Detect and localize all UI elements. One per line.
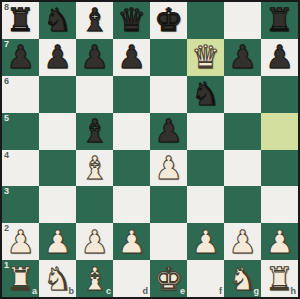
square-c4[interactable]: ♝ xyxy=(76,150,113,187)
square-c2[interactable]: ♟ xyxy=(76,223,113,260)
white-pawn-icon[interactable]: ♟ xyxy=(191,224,220,260)
square-e7[interactable] xyxy=(150,39,187,76)
black-queen-icon[interactable]: ♛ xyxy=(117,2,146,38)
white-bishop-icon[interactable]: ♝ xyxy=(80,261,109,297)
square-f8[interactable] xyxy=(187,2,224,39)
white-pawn-icon[interactable]: ♟ xyxy=(265,224,294,260)
square-c5[interactable]: ♝ xyxy=(76,113,113,150)
square-e3[interactable] xyxy=(150,186,187,223)
square-a7[interactable]: 7♟ xyxy=(2,39,39,76)
black-pawn-icon[interactable]: ♟ xyxy=(43,39,72,75)
chess-board: 8♜♞♝♛♚♜7♟♟♟♟♛♟♟6♞5♝♟4♝♟32♟♟♟♟♟♟♟1a♜b♞c♝d… xyxy=(2,2,298,297)
square-a1[interactable]: 1a♜ xyxy=(2,260,39,297)
square-g2[interactable]: ♟ xyxy=(224,223,261,260)
rank-label-4: 4 xyxy=(4,151,9,160)
square-g1[interactable]: g♞ xyxy=(224,260,261,297)
white-pawn-icon[interactable]: ♟ xyxy=(228,224,257,260)
white-pawn-icon[interactable]: ♟ xyxy=(117,224,146,260)
black-pawn-icon[interactable]: ♟ xyxy=(154,113,183,149)
square-f1[interactable]: f xyxy=(187,260,224,297)
square-b7[interactable]: ♟ xyxy=(39,39,76,76)
square-c6[interactable] xyxy=(76,76,113,113)
rank-label-5: 5 xyxy=(4,114,9,123)
square-c8[interactable]: ♝ xyxy=(76,2,113,39)
black-pawn-icon[interactable]: ♟ xyxy=(6,39,35,75)
square-b3[interactable] xyxy=(39,186,76,223)
white-queen-icon[interactable]: ♛ xyxy=(191,39,220,75)
rank-label-3: 3 xyxy=(4,187,9,196)
square-d8[interactable]: ♛ xyxy=(113,2,150,39)
square-g5[interactable] xyxy=(224,113,261,150)
square-h2[interactable]: ♟ xyxy=(261,223,298,260)
square-e1[interactable]: e♚ xyxy=(150,260,187,297)
square-f6[interactable]: ♞ xyxy=(187,76,224,113)
black-bishop-icon[interactable]: ♝ xyxy=(80,113,109,149)
square-e8[interactable]: ♚ xyxy=(150,2,187,39)
square-e2[interactable] xyxy=(150,223,187,260)
black-rook-icon[interactable]: ♜ xyxy=(6,2,35,38)
square-b4[interactable] xyxy=(39,150,76,187)
square-d1[interactable]: d xyxy=(113,260,150,297)
white-pawn-icon[interactable]: ♟ xyxy=(154,150,183,186)
black-pawn-icon[interactable]: ♟ xyxy=(228,39,257,75)
white-pawn-icon[interactable]: ♟ xyxy=(43,224,72,260)
rank-label-6: 6 xyxy=(4,77,9,86)
square-b8[interactable]: ♞ xyxy=(39,2,76,39)
white-bishop-icon[interactable]: ♝ xyxy=(80,150,109,186)
white-rook-icon[interactable]: ♜ xyxy=(265,261,294,297)
square-g3[interactable] xyxy=(224,186,261,223)
square-h4[interactable] xyxy=(261,150,298,187)
black-pawn-icon[interactable]: ♟ xyxy=(265,39,294,75)
square-h1[interactable]: h♜ xyxy=(261,260,298,297)
square-e4[interactable]: ♟ xyxy=(150,150,187,187)
black-rook-icon[interactable]: ♜ xyxy=(265,2,294,38)
square-g8[interactable] xyxy=(224,2,261,39)
square-h3[interactable] xyxy=(261,186,298,223)
file-label-d: d xyxy=(143,287,149,296)
black-knight-icon[interactable]: ♞ xyxy=(43,2,72,38)
square-b2[interactable]: ♟ xyxy=(39,223,76,260)
black-bishop-icon[interactable]: ♝ xyxy=(80,2,109,38)
white-pawn-icon[interactable]: ♟ xyxy=(80,224,109,260)
square-h5[interactable] xyxy=(261,113,298,150)
square-g7[interactable]: ♟ xyxy=(224,39,261,76)
white-knight-icon[interactable]: ♞ xyxy=(228,261,257,297)
square-h7[interactable]: ♟ xyxy=(261,39,298,76)
square-c7[interactable]: ♟ xyxy=(76,39,113,76)
white-pawn-icon[interactable]: ♟ xyxy=(6,224,35,260)
square-d7[interactable]: ♟ xyxy=(113,39,150,76)
white-king-icon[interactable]: ♚ xyxy=(154,261,183,297)
square-d4[interactable] xyxy=(113,150,150,187)
square-a8[interactable]: 8♜ xyxy=(2,2,39,39)
square-a4[interactable]: 4 xyxy=(2,150,39,187)
square-f4[interactable] xyxy=(187,150,224,187)
chess-board-frame: 8♜♞♝♛♚♜7♟♟♟♟♛♟♟6♞5♝♟4♝♟32♟♟♟♟♟♟♟1a♜b♞c♝d… xyxy=(0,0,300,299)
square-b6[interactable] xyxy=(39,76,76,113)
black-pawn-icon[interactable]: ♟ xyxy=(117,39,146,75)
square-d2[interactable]: ♟ xyxy=(113,223,150,260)
square-a3[interactable]: 3 xyxy=(2,186,39,223)
square-c1[interactable]: c♝ xyxy=(76,260,113,297)
square-b1[interactable]: b♞ xyxy=(39,260,76,297)
black-king-icon[interactable]: ♚ xyxy=(154,2,183,38)
square-a6[interactable]: 6 xyxy=(2,76,39,113)
file-label-f: f xyxy=(219,287,222,296)
square-d5[interactable] xyxy=(113,113,150,150)
white-rook-icon[interactable]: ♜ xyxy=(6,261,35,297)
white-knight-icon[interactable]: ♞ xyxy=(43,261,72,297)
square-d3[interactable] xyxy=(113,186,150,223)
square-f3[interactable] xyxy=(187,186,224,223)
square-c3[interactable] xyxy=(76,186,113,223)
square-b5[interactable] xyxy=(39,113,76,150)
square-f7[interactable]: ♛ xyxy=(187,39,224,76)
square-a2[interactable]: 2♟ xyxy=(2,223,39,260)
square-f2[interactable]: ♟ xyxy=(187,223,224,260)
black-knight-icon[interactable]: ♞ xyxy=(191,76,220,112)
square-f5[interactable] xyxy=(187,113,224,150)
square-e5[interactable]: ♟ xyxy=(150,113,187,150)
square-e6[interactable] xyxy=(150,76,187,113)
black-pawn-icon[interactable]: ♟ xyxy=(80,39,109,75)
square-a5[interactable]: 5 xyxy=(2,113,39,150)
square-h6[interactable] xyxy=(261,76,298,113)
square-d6[interactable] xyxy=(113,76,150,113)
square-h8[interactable]: ♜ xyxy=(261,2,298,39)
square-g4[interactable] xyxy=(224,150,261,187)
square-g6[interactable] xyxy=(224,76,261,113)
